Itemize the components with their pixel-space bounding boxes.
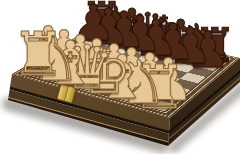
chess-set-photo: ♜♞♝♛♚♝♞♜♟♟♟♟♟♟♟♟♟♟♟♟♟♟♟♟♜♞♝♛♚♝♞♜ [0, 0, 240, 154]
piece-white-rook-a1[interactable]: ♜ [11, 24, 65, 84]
